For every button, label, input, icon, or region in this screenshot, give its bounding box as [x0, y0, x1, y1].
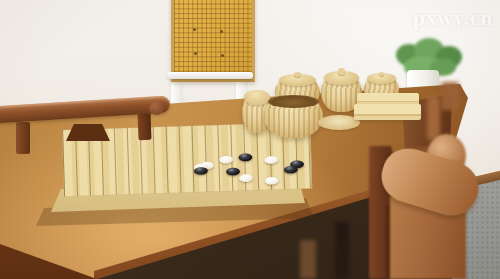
bowl-knob: [338, 68, 345, 74]
side-chair-back: [441, 82, 459, 110]
white-stone: [265, 177, 279, 185]
table-leg: [335, 222, 349, 279]
table-leg: [300, 240, 316, 279]
demo-star-point: [193, 28, 196, 31]
demo-star-point: [194, 52, 197, 55]
demo-board-tray: [167, 72, 253, 79]
demo-go-board: [171, 0, 255, 82]
spare-board-stack: [354, 104, 421, 120]
watermark: pxwy.cn: [413, 5, 493, 31]
stone-bowl-open: [264, 94, 323, 138]
white-stone: [264, 156, 278, 164]
white-stone: [219, 156, 233, 164]
left-chair-post: [16, 122, 30, 154]
bowl-lid: [244, 90, 269, 106]
black-stone: [284, 166, 298, 174]
black-stone: [193, 167, 207, 175]
demo-star-point: [221, 54, 224, 57]
go-room-photo: pxwy.cn: [0, 0, 500, 279]
bowl-mouth: [268, 95, 319, 108]
black-stone: [226, 168, 240, 176]
left-chair-knob: [149, 101, 164, 115]
black-stone: [238, 153, 252, 161]
left-chair-post: [137, 111, 151, 140]
white-stone: [239, 174, 253, 182]
demo-star-point: [220, 30, 223, 33]
side-chair-post: [427, 96, 440, 140]
